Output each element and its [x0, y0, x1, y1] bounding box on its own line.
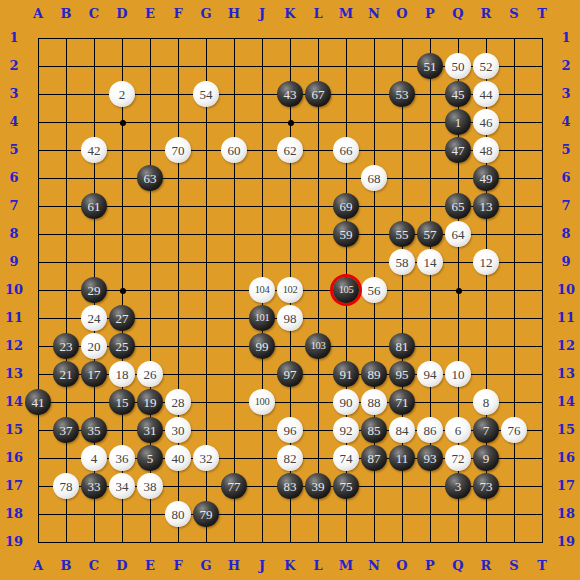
stone-87: 87	[361, 445, 387, 471]
stone-67: 67	[305, 81, 331, 107]
stone-82: 82	[277, 445, 303, 471]
stone-number: 13	[480, 200, 493, 213]
stone-number: 82	[284, 452, 297, 465]
coordinate-label: 11	[552, 304, 580, 332]
stone-80: 80	[165, 501, 191, 527]
row-labels-right: 12345678910111213141516171819	[552, 24, 580, 556]
stone-57: 57	[417, 221, 443, 247]
stone-number: 78	[60, 480, 73, 493]
stone-number: 94	[424, 368, 437, 381]
stone-98: 98	[277, 305, 303, 331]
stone-number: 55	[396, 228, 409, 241]
stone-number: 97	[284, 368, 297, 381]
stone-88: 88	[361, 389, 387, 415]
coordinate-label: 10	[552, 276, 580, 304]
coordinate-label: 16	[552, 444, 580, 472]
stone-number: 72	[452, 452, 465, 465]
stone-102: 102	[277, 277, 303, 303]
stone-54: 54	[193, 81, 219, 107]
stone-18: 18	[109, 361, 135, 387]
stone-number: 29	[88, 284, 101, 297]
stone-32: 32	[193, 445, 219, 471]
stone-56: 56	[361, 277, 387, 303]
coordinate-label: 7	[552, 192, 580, 220]
stone-72: 72	[445, 445, 471, 471]
stone-76: 76	[501, 417, 527, 443]
stone-99: 99	[249, 333, 275, 359]
stone-number: 35	[88, 424, 101, 437]
stone-5: 5	[137, 445, 163, 471]
stone-86: 86	[417, 417, 443, 443]
stone-49: 49	[473, 165, 499, 191]
stone-13: 13	[473, 193, 499, 219]
stone-19: 19	[137, 389, 163, 415]
stone-number: 38	[144, 480, 157, 493]
coordinate-label: 12	[552, 332, 580, 360]
stone-number: 74	[340, 452, 353, 465]
stone-number: 42	[88, 144, 101, 157]
stone-55: 55	[389, 221, 415, 247]
stone-85: 85	[361, 417, 387, 443]
stone-2: 2	[109, 81, 135, 107]
stone-number: 9	[483, 452, 490, 465]
stone-7: 7	[473, 417, 499, 443]
stone-15: 15	[109, 389, 135, 415]
stone-number: 71	[396, 396, 409, 409]
coordinate-label: 18	[552, 500, 580, 528]
stone-75: 75	[333, 473, 359, 499]
stone-number: 76	[508, 424, 521, 437]
stone-58: 58	[389, 249, 415, 275]
stone-20: 20	[81, 333, 107, 359]
stone-number: 12	[480, 256, 493, 269]
coordinate-label: M	[332, 552, 360, 580]
stone-73: 73	[473, 473, 499, 499]
stone-61: 61	[81, 193, 107, 219]
stone-65: 65	[445, 193, 471, 219]
coordinate-label: 13	[552, 360, 580, 388]
stone-14: 14	[417, 249, 443, 275]
stone-34: 34	[109, 473, 135, 499]
stone-number: 104	[255, 285, 270, 296]
stone-29: 29	[81, 277, 107, 303]
stone-10: 10	[445, 361, 471, 387]
stone-number: 88	[368, 396, 381, 409]
stone-number: 39	[312, 480, 325, 493]
stone-89: 89	[361, 361, 387, 387]
stone-number: 59	[340, 228, 353, 241]
stone-17: 17	[81, 361, 107, 387]
stone-number: 79	[200, 508, 213, 521]
coordinate-label: A	[24, 552, 52, 580]
coordinate-label: H	[220, 552, 248, 580]
stone-97: 97	[277, 361, 303, 387]
stone-number: 20	[88, 340, 101, 353]
stone-number: 91	[340, 368, 353, 381]
stone-74: 74	[333, 445, 359, 471]
stone-number: 49	[480, 172, 493, 185]
coordinate-label: G	[192, 552, 220, 580]
stone-number: 7	[483, 424, 490, 437]
stone-52: 52	[473, 53, 499, 79]
stone-8: 8	[473, 389, 499, 415]
stone-number: 67	[312, 88, 325, 101]
stone-38: 38	[137, 473, 163, 499]
stone-68: 68	[361, 165, 387, 191]
stone-31: 31	[137, 417, 163, 443]
stone-number: 80	[172, 508, 185, 521]
stone-28: 28	[165, 389, 191, 415]
stone-83: 83	[277, 473, 303, 499]
stone-number: 28	[172, 396, 185, 409]
coordinate-label: 2	[552, 52, 580, 80]
stone-number: 14	[424, 256, 437, 269]
stone-100: 100	[249, 389, 275, 415]
stone-11: 11	[389, 445, 415, 471]
stones-layer: 1234567891011121314151718192021232425262…	[24, 24, 556, 556]
stone-number: 33	[88, 480, 101, 493]
stone-number: 52	[480, 60, 493, 73]
coordinate-label: 17	[552, 472, 580, 500]
stone-number: 101	[255, 313, 270, 324]
stone-number: 73	[480, 480, 493, 493]
coordinate-label: T	[528, 552, 556, 580]
stone-92: 92	[333, 417, 359, 443]
stone-number: 65	[452, 200, 465, 213]
stone-number: 103	[311, 341, 326, 352]
coordinate-label: 4	[552, 108, 580, 136]
stone-46: 46	[473, 109, 499, 135]
stone-104: 104	[249, 277, 275, 303]
stone-number: 60	[228, 144, 241, 157]
stone-number: 26	[144, 368, 157, 381]
stone-number: 77	[228, 480, 241, 493]
stone-number: 87	[368, 452, 381, 465]
coordinate-label: 6	[552, 164, 580, 192]
stone-number: 105	[339, 285, 354, 296]
stone-25: 25	[109, 333, 135, 359]
stone-number: 86	[424, 424, 437, 437]
stone-1: 1	[445, 109, 471, 135]
stone-30: 30	[165, 417, 191, 443]
stone-12: 12	[473, 249, 499, 275]
stone-number: 15	[116, 396, 129, 409]
coordinate-label: J	[248, 552, 276, 580]
stone-number: 99	[256, 340, 269, 353]
stone-number: 62	[284, 144, 297, 157]
stone-number: 34	[116, 480, 129, 493]
stone-71: 71	[389, 389, 415, 415]
stone-number: 25	[116, 340, 129, 353]
coordinate-label: L	[304, 552, 332, 580]
coordinate-label: B	[52, 552, 80, 580]
stone-number: 18	[116, 368, 129, 381]
stone-number: 37	[60, 424, 73, 437]
stone-number: 11	[396, 452, 409, 465]
stone-27: 27	[109, 305, 135, 331]
stone-84: 84	[389, 417, 415, 443]
stone-40: 40	[165, 445, 191, 471]
stone-number: 58	[396, 256, 409, 269]
stone-number: 63	[144, 172, 157, 185]
coordinate-label: R	[472, 552, 500, 580]
stone-95: 95	[389, 361, 415, 387]
stone-43: 43	[277, 81, 303, 107]
stone-number: 23	[60, 340, 73, 353]
stone-number: 96	[284, 424, 297, 437]
stone-number: 2	[119, 88, 126, 101]
stone-number: 46	[480, 116, 493, 129]
coordinate-label: Q	[444, 552, 472, 580]
stone-number: 92	[340, 424, 353, 437]
stone-93: 93	[417, 445, 443, 471]
stone-6: 6	[445, 417, 471, 443]
stone-35: 35	[81, 417, 107, 443]
coordinate-label: C	[80, 552, 108, 580]
stone-number: 84	[396, 424, 409, 437]
stone-number: 64	[452, 228, 465, 241]
coordinate-label: D	[108, 552, 136, 580]
stone-47: 47	[445, 137, 471, 163]
stone-77: 77	[221, 473, 247, 499]
stone-number: 98	[284, 312, 297, 325]
stone-51: 51	[417, 53, 443, 79]
coordinate-label: K	[276, 552, 304, 580]
coordinate-label: S	[500, 552, 528, 580]
column-labels-bottom: ABCDEFGHJKLMNOPQRST	[24, 552, 556, 580]
stone-number: 83	[284, 480, 297, 493]
stone-60: 60	[221, 137, 247, 163]
stone-number: 100	[255, 397, 270, 408]
stone-69: 69	[333, 193, 359, 219]
stone-66: 66	[333, 137, 359, 163]
stone-number: 31	[144, 424, 157, 437]
stone-number: 93	[424, 452, 437, 465]
stone-105-last-move: 105	[333, 277, 359, 303]
stone-number: 24	[88, 312, 101, 325]
stone-94: 94	[417, 361, 443, 387]
stone-number: 5	[147, 452, 154, 465]
stone-number: 90	[340, 396, 353, 409]
stone-number: 19	[144, 396, 157, 409]
stone-53: 53	[389, 81, 415, 107]
stone-number: 43	[284, 88, 297, 101]
stone-90: 90	[333, 389, 359, 415]
stone-number: 41	[32, 396, 45, 409]
stone-number: 30	[172, 424, 185, 437]
stone-96: 96	[277, 417, 303, 443]
coordinate-label: 9	[552, 248, 580, 276]
stone-70: 70	[165, 137, 191, 163]
stone-number: 66	[340, 144, 353, 157]
coordinate-label: E	[136, 552, 164, 580]
stone-78: 78	[53, 473, 79, 499]
stone-number: 57	[424, 228, 437, 241]
stone-21: 21	[53, 361, 79, 387]
stone-number: 102	[283, 285, 298, 296]
stone-23: 23	[53, 333, 79, 359]
stone-number: 4	[91, 452, 98, 465]
coordinate-label: 5	[552, 136, 580, 164]
stone-number: 61	[88, 200, 101, 213]
go-board-diagram: ABCDEFGHJKLMNOPQRST ABCDEFGHJKLMNOPQRST …	[0, 0, 580, 580]
stone-number: 48	[480, 144, 493, 157]
stone-number: 21	[60, 368, 73, 381]
stone-63: 63	[137, 165, 163, 191]
stone-number: 40	[172, 452, 185, 465]
stone-number: 50	[452, 60, 465, 73]
stone-number: 6	[455, 424, 462, 437]
stone-number: 27	[116, 312, 129, 325]
stone-41: 41	[25, 389, 51, 415]
coordinate-label: P	[416, 552, 444, 580]
stone-4: 4	[81, 445, 107, 471]
coordinate-label: O	[388, 552, 416, 580]
stone-79: 79	[193, 501, 219, 527]
coordinate-label: 8	[552, 220, 580, 248]
stone-44: 44	[473, 81, 499, 107]
stone-number: 36	[116, 452, 129, 465]
stone-number: 54	[200, 88, 213, 101]
stone-number: 17	[88, 368, 101, 381]
stone-number: 1	[455, 116, 462, 129]
coordinate-label: 3	[552, 80, 580, 108]
stone-3: 3	[445, 473, 471, 499]
stone-number: 81	[396, 340, 409, 353]
coordinate-label: 19	[552, 528, 580, 556]
stone-42: 42	[81, 137, 107, 163]
stone-number: 45	[452, 88, 465, 101]
stone-33: 33	[81, 473, 107, 499]
stone-number: 53	[396, 88, 409, 101]
stone-number: 85	[368, 424, 381, 437]
stone-64: 64	[445, 221, 471, 247]
stone-24: 24	[81, 305, 107, 331]
stone-number: 69	[340, 200, 353, 213]
stone-number: 3	[455, 480, 462, 493]
stone-36: 36	[109, 445, 135, 471]
stone-number: 68	[368, 172, 381, 185]
stone-number: 75	[340, 480, 353, 493]
stone-103: 103	[305, 333, 331, 359]
stone-59: 59	[333, 221, 359, 247]
stone-number: 32	[200, 452, 213, 465]
stone-number: 51	[424, 60, 437, 73]
stone-number: 89	[368, 368, 381, 381]
stone-91: 91	[333, 361, 359, 387]
stone-81: 81	[389, 333, 415, 359]
stone-9: 9	[473, 445, 499, 471]
coordinate-label: 14	[552, 388, 580, 416]
stone-45: 45	[445, 81, 471, 107]
stone-26: 26	[137, 361, 163, 387]
stone-number: 95	[396, 368, 409, 381]
stone-62: 62	[277, 137, 303, 163]
stone-101: 101	[249, 305, 275, 331]
stone-number: 70	[172, 144, 185, 157]
stone-number: 56	[368, 284, 381, 297]
stone-number: 8	[483, 396, 490, 409]
coordinate-label: N	[360, 552, 388, 580]
coordinate-label: 15	[552, 416, 580, 444]
stone-number: 47	[452, 144, 465, 157]
coordinate-label: 1	[552, 24, 580, 52]
coordinate-label: F	[164, 552, 192, 580]
stone-39: 39	[305, 473, 331, 499]
stone-number: 10	[452, 368, 465, 381]
stone-48: 48	[473, 137, 499, 163]
stone-37: 37	[53, 417, 79, 443]
stone-50: 50	[445, 53, 471, 79]
stone-number: 44	[480, 88, 493, 101]
